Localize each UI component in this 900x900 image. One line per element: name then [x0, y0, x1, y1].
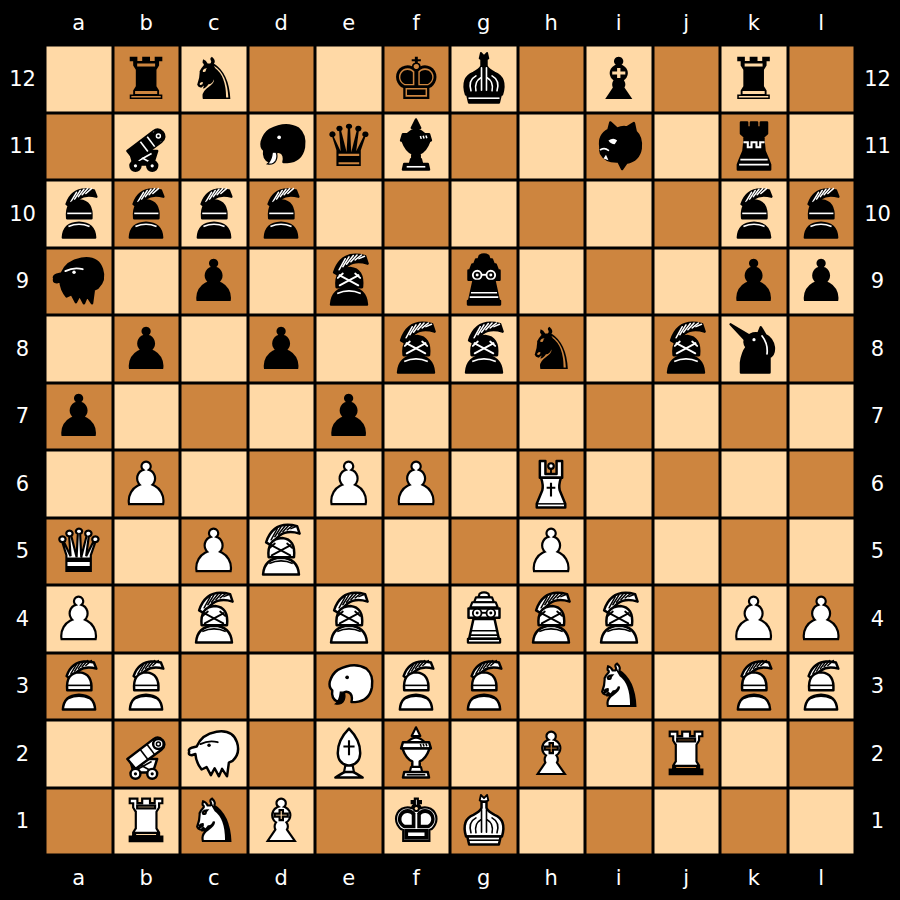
square-c11[interactable] [180, 113, 248, 181]
square-c1[interactable]: ♞ [180, 788, 248, 856]
square-g8[interactable] [450, 315, 518, 383]
piece-white-soldier[interactable] [451, 653, 517, 719]
bishop-glyph: ♝ [255, 792, 307, 850]
rank-label-12: 12 [855, 45, 900, 113]
square-d11[interactable] [248, 113, 316, 181]
square-c8[interactable] [180, 315, 248, 383]
piece-white-soldier[interactable] [721, 653, 787, 719]
square-b4[interactable] [113, 585, 181, 653]
square-d7[interactable] [248, 383, 316, 451]
cannon-icon [115, 115, 177, 177]
pawn-glyph: ♟ [323, 387, 375, 445]
square-i1[interactable] [585, 788, 653, 856]
square-b10[interactable] [113, 180, 181, 248]
piece-white-king[interactable]: ♚ [383, 788, 449, 854]
piece-black-pawn[interactable]: ♟ [721, 248, 787, 314]
square-h7[interactable] [518, 383, 586, 451]
square-h2[interactable]: ♝ [518, 720, 586, 788]
square-c12[interactable]: ♞ [180, 45, 248, 113]
piece-black-sage[interactable] [383, 113, 449, 179]
square-h12[interactable] [518, 45, 586, 113]
square-c10[interactable] [180, 180, 248, 248]
rank-label-5: 5 [855, 518, 900, 586]
square-b12[interactable]: ♜ [113, 45, 181, 113]
square-j5[interactable] [653, 518, 721, 586]
square-b7[interactable] [113, 383, 181, 451]
board: ♜♞♚♝♜♛♟♟♟♟♟♞♟♟♟♟♟♛♟♟♟♟♟♞♝♜♜♞♝♚ [45, 45, 855, 855]
square-l8[interactable] [788, 315, 856, 383]
soldier-icon [453, 655, 515, 717]
square-e9[interactable] [315, 248, 383, 316]
square-l7[interactable] [788, 383, 856, 451]
piece-black-soldier[interactable] [46, 181, 112, 247]
square-d6[interactable] [248, 450, 316, 518]
square-b11[interactable] [113, 113, 181, 181]
piece-black-warrior[interactable] [383, 316, 449, 382]
file-label-g: g [450, 0, 518, 45]
square-f2[interactable] [383, 720, 451, 788]
square-i7[interactable] [585, 383, 653, 451]
square-i8[interactable] [585, 315, 653, 383]
knight-glyph: ♞ [593, 657, 645, 715]
square-k2[interactable] [720, 720, 788, 788]
rook-glyph: ♜ [120, 50, 172, 108]
piece-white-warrior[interactable] [586, 586, 652, 652]
pawn-glyph: ♟ [53, 387, 105, 445]
warrior-icon [318, 588, 380, 650]
rank-label-8: 8 [855, 315, 900, 383]
knight-glyph: ♞ [525, 320, 577, 378]
piece-black-rook[interactable]: ♜ [113, 46, 179, 112]
square-i5[interactable] [585, 518, 653, 586]
square-c5[interactable]: ♟ [180, 518, 248, 586]
square-b3[interactable] [113, 653, 181, 721]
square-b9[interactable] [113, 248, 181, 316]
piece-black-soldier[interactable] [721, 181, 787, 247]
square-e5[interactable] [315, 518, 383, 586]
file-label-f: f [383, 0, 451, 45]
rank-label-10: 10 [0, 180, 45, 248]
rank-label-6: 6 [855, 450, 900, 518]
piece-black-rook[interactable]: ♜ [721, 46, 787, 112]
square-b8[interactable]: ♟ [113, 315, 181, 383]
file-label-j: j [653, 0, 721, 45]
square-j2[interactable]: ♜ [653, 720, 721, 788]
piece-black-cannon[interactable] [113, 113, 179, 179]
square-j6[interactable] [653, 450, 721, 518]
square-l2[interactable] [788, 720, 856, 788]
piece-black-pawn[interactable]: ♟ [46, 383, 112, 449]
square-a3[interactable] [45, 653, 113, 721]
square-e12[interactable] [315, 45, 383, 113]
square-k5[interactable] [720, 518, 788, 586]
piece-white-pawn[interactable]: ♟ [113, 451, 179, 517]
square-h11[interactable] [518, 113, 586, 181]
pawn-glyph: ♟ [120, 320, 172, 378]
square-f5[interactable] [383, 518, 451, 586]
rank-label-5: 5 [0, 518, 45, 586]
square-e11[interactable]: ♛ [315, 113, 383, 181]
square-g9[interactable] [450, 248, 518, 316]
soldier-icon [183, 183, 245, 245]
square-a5[interactable]: ♛ [45, 518, 113, 586]
fortress-icon [723, 115, 785, 177]
square-e8[interactable] [315, 315, 383, 383]
square-b1[interactable]: ♜ [113, 788, 181, 856]
square-g5[interactable] [450, 518, 518, 586]
king-glyph: ♚ [390, 792, 442, 850]
pawn-glyph: ♟ [188, 252, 240, 310]
piece-black-knight[interactable]: ♞ [518, 316, 584, 382]
square-f9[interactable] [383, 248, 451, 316]
square-f7[interactable] [383, 383, 451, 451]
piece-black-pawn[interactable]: ♟ [181, 248, 247, 314]
square-g7[interactable] [450, 383, 518, 451]
piece-black-king[interactable]: ♚ [383, 46, 449, 112]
piece-white-warrior[interactable] [248, 518, 314, 584]
file-label-g: g [450, 855, 518, 900]
square-l5[interactable] [788, 518, 856, 586]
square-a1[interactable] [45, 788, 113, 856]
square-b2[interactable] [113, 720, 181, 788]
soldier-icon [115, 655, 177, 717]
piece-black-warrior[interactable] [451, 316, 517, 382]
square-l11[interactable] [788, 113, 856, 181]
square-i12[interactable]: ♝ [585, 45, 653, 113]
piece-black-pawn[interactable]: ♟ [316, 383, 382, 449]
sage-icon [385, 115, 447, 177]
square-f1[interactable]: ♚ [383, 788, 451, 856]
file-label-b: b [113, 855, 181, 900]
square-a9[interactable] [45, 248, 113, 316]
piece-white-elephant[interactable] [316, 653, 382, 719]
square-d3[interactable] [248, 653, 316, 721]
square-j1[interactable] [653, 788, 721, 856]
square-i11[interactable] [585, 113, 653, 181]
piece-black-warrior[interactable] [316, 248, 382, 314]
square-j12[interactable] [653, 45, 721, 113]
piece-black-pawn[interactable]: ♟ [248, 316, 314, 382]
rank-label-7: 7 [0, 383, 45, 451]
piece-white-pawn[interactable]: ♟ [316, 451, 382, 517]
square-b6[interactable]: ♟ [113, 450, 181, 518]
prince-icon [453, 48, 515, 110]
square-j11[interactable] [653, 113, 721, 181]
piece-black-fortress[interactable] [721, 113, 787, 179]
square-d5[interactable] [248, 518, 316, 586]
knight-glyph: ♞ [188, 50, 240, 108]
piece-white-pawn[interactable]: ♟ [788, 586, 854, 652]
square-a11[interactable] [45, 113, 113, 181]
piece-black-unicorn[interactable] [721, 316, 787, 382]
soldier-icon [385, 655, 447, 717]
piece-white-rook[interactable]: ♜ [113, 788, 179, 854]
square-e10[interactable] [315, 180, 383, 248]
piece-white-cannon[interactable] [113, 721, 179, 787]
rank-label-4: 4 [0, 585, 45, 653]
square-d8[interactable]: ♟ [248, 315, 316, 383]
square-l9[interactable]: ♟ [788, 248, 856, 316]
square-d2[interactable] [248, 720, 316, 788]
square-j10[interactable] [653, 180, 721, 248]
square-d12[interactable] [248, 45, 316, 113]
square-h10[interactable] [518, 180, 586, 248]
piece-white-citadel[interactable] [518, 451, 584, 517]
rank-label-1: 1 [855, 788, 900, 856]
piece-white-bishop[interactable]: ♝ [518, 721, 584, 787]
rook-glyph: ♜ [120, 792, 172, 850]
rank-label-3: 3 [855, 653, 900, 721]
king-glyph: ♚ [390, 50, 442, 108]
piece-white-knight[interactable]: ♞ [181, 788, 247, 854]
file-label-a: a [45, 0, 113, 45]
square-g11[interactable] [450, 113, 518, 181]
square-e3[interactable] [315, 653, 383, 721]
file-label-f: f [383, 855, 451, 900]
square-g2[interactable] [450, 720, 518, 788]
warrior-icon [318, 250, 380, 312]
rank-labels-right: 121110987654321 [855, 45, 900, 855]
square-i4[interactable] [585, 585, 653, 653]
warrior-icon [655, 318, 717, 380]
piece-white-pawn[interactable]: ♟ [383, 451, 449, 517]
square-g10[interactable] [450, 180, 518, 248]
soldier-icon [790, 183, 852, 245]
file-label-j: j [653, 855, 721, 900]
square-c7[interactable] [180, 383, 248, 451]
square-c4[interactable] [180, 585, 248, 653]
square-k11[interactable] [720, 113, 788, 181]
square-g12[interactable] [450, 45, 518, 113]
file-label-c: c [180, 855, 248, 900]
soldier-icon [723, 655, 785, 717]
pawn-glyph: ♟ [728, 590, 780, 648]
square-k9[interactable]: ♟ [720, 248, 788, 316]
rank-label-6: 6 [0, 450, 45, 518]
square-f3[interactable] [383, 653, 451, 721]
square-g4[interactable] [450, 585, 518, 653]
square-d4[interactable] [248, 585, 316, 653]
piece-white-pawn[interactable]: ♟ [518, 518, 584, 584]
rank-label-1: 1 [0, 788, 45, 856]
rank-label-11: 11 [0, 113, 45, 181]
file-label-i: i [585, 855, 653, 900]
rank-label-2: 2 [855, 720, 900, 788]
square-i2[interactable] [585, 720, 653, 788]
square-f11[interactable] [383, 113, 451, 181]
pawn-glyph: ♟ [390, 455, 442, 513]
piece-white-missionary[interactable] [316, 721, 382, 787]
piece-white-soldier[interactable] [383, 653, 449, 719]
square-e2[interactable] [315, 720, 383, 788]
square-h1[interactable] [518, 788, 586, 856]
spider-icon [453, 250, 515, 312]
square-h3[interactable] [518, 653, 586, 721]
square-e1[interactable] [315, 788, 383, 856]
game-window: abcdefghijkl abcdefghijkl 12111098765432… [0, 0, 900, 900]
piece-black-spider[interactable] [451, 248, 517, 314]
rank-label-12: 12 [0, 45, 45, 113]
piece-white-soldier[interactable] [46, 653, 112, 719]
square-h9[interactable] [518, 248, 586, 316]
warrior-icon [183, 588, 245, 650]
file-labels-bottom: abcdefghijkl [45, 855, 855, 900]
file-label-b: b [113, 0, 181, 45]
square-d10[interactable] [248, 180, 316, 248]
piece-black-warrior[interactable] [653, 316, 719, 382]
square-g6[interactable] [450, 450, 518, 518]
square-a7[interactable]: ♟ [45, 383, 113, 451]
square-j9[interactable] [653, 248, 721, 316]
piece-black-bishop[interactable]: ♝ [586, 46, 652, 112]
square-h6[interactable] [518, 450, 586, 518]
rank-labels-left: 121110987654321 [0, 45, 45, 855]
square-j7[interactable] [653, 383, 721, 451]
piece-black-knight[interactable]: ♞ [181, 46, 247, 112]
unicorn-icon [723, 318, 785, 380]
piece-black-soldier[interactable] [113, 181, 179, 247]
square-g1[interactable] [450, 788, 518, 856]
square-a2[interactable] [45, 720, 113, 788]
square-b5[interactable] [113, 518, 181, 586]
rook-glyph: ♜ [728, 50, 780, 108]
piece-black-soldier[interactable] [181, 181, 247, 247]
square-f8[interactable] [383, 315, 451, 383]
pawn-glyph: ♟ [255, 320, 307, 378]
rank-label-11: 11 [855, 113, 900, 181]
soldier-icon [115, 183, 177, 245]
square-f6[interactable]: ♟ [383, 450, 451, 518]
piece-black-pawn[interactable]: ♟ [113, 316, 179, 382]
square-i3[interactable]: ♞ [585, 653, 653, 721]
soldier-icon [48, 183, 110, 245]
piece-white-queen[interactable]: ♛ [46, 518, 112, 584]
pawn-glyph: ♟ [728, 252, 780, 310]
piece-white-knight[interactable]: ♞ [586, 653, 652, 719]
piece-white-pawn[interactable]: ♟ [46, 586, 112, 652]
square-k7[interactable] [720, 383, 788, 451]
piece-white-pawn[interactable]: ♟ [721, 586, 787, 652]
square-j8[interactable] [653, 315, 721, 383]
square-f4[interactable] [383, 585, 451, 653]
square-h5[interactable]: ♟ [518, 518, 586, 586]
prince-icon [453, 790, 515, 852]
square-l12[interactable] [788, 45, 856, 113]
square-i6[interactable] [585, 450, 653, 518]
queen-glyph: ♛ [323, 117, 375, 175]
piece-black-leopard[interactable] [586, 113, 652, 179]
square-e7[interactable]: ♟ [315, 383, 383, 451]
piece-white-soldier[interactable] [788, 653, 854, 719]
elephant-icon [250, 115, 312, 177]
rook-glyph: ♜ [660, 725, 712, 783]
piece-white-spider[interactable] [451, 586, 517, 652]
warrior-icon [385, 318, 447, 380]
piece-white-sage[interactable] [383, 721, 449, 787]
square-g3[interactable] [450, 653, 518, 721]
piece-white-warrior[interactable] [316, 586, 382, 652]
square-f10[interactable] [383, 180, 451, 248]
square-d9[interactable] [248, 248, 316, 316]
piece-white-prince[interactable] [451, 788, 517, 854]
square-i9[interactable] [585, 248, 653, 316]
square-a8[interactable] [45, 315, 113, 383]
square-e4[interactable] [315, 585, 383, 653]
square-k4[interactable]: ♟ [720, 585, 788, 653]
square-k3[interactable] [720, 653, 788, 721]
piece-black-elephant[interactable] [248, 113, 314, 179]
file-label-h: h [518, 855, 586, 900]
file-labels-top: abcdefghijkl [45, 0, 855, 45]
soldier-icon [250, 183, 312, 245]
square-a4[interactable]: ♟ [45, 585, 113, 653]
piece-black-prince[interactable] [451, 46, 517, 112]
pawn-glyph: ♟ [795, 252, 847, 310]
square-a10[interactable] [45, 180, 113, 248]
piece-white-pawn[interactable]: ♟ [181, 518, 247, 584]
square-k6[interactable] [720, 450, 788, 518]
file-label-h: h [518, 0, 586, 45]
square-c2[interactable] [180, 720, 248, 788]
square-l6[interactable] [788, 450, 856, 518]
piece-black-queen[interactable]: ♛ [316, 113, 382, 179]
square-c3[interactable] [180, 653, 248, 721]
rank-label-4: 4 [855, 585, 900, 653]
square-l4[interactable]: ♟ [788, 585, 856, 653]
warrior-icon [453, 318, 515, 380]
square-k1[interactable] [720, 788, 788, 856]
piece-black-soldier[interactable] [248, 181, 314, 247]
square-e6[interactable]: ♟ [315, 450, 383, 518]
piece-white-bishop[interactable]: ♝ [248, 788, 314, 854]
pawn-glyph: ♟ [188, 522, 240, 580]
piece-white-warrior[interactable] [181, 586, 247, 652]
piece-white-warrior[interactable] [518, 586, 584, 652]
square-k12[interactable]: ♜ [720, 45, 788, 113]
square-a12[interactable] [45, 45, 113, 113]
square-c6[interactable] [180, 450, 248, 518]
soldier-icon [723, 183, 785, 245]
square-f12[interactable]: ♚ [383, 45, 451, 113]
piece-black-soldier[interactable] [788, 181, 854, 247]
knight-glyph: ♞ [188, 792, 240, 850]
rank-label-9: 9 [855, 248, 900, 316]
piece-white-hawk[interactable] [181, 721, 247, 787]
file-label-e: e [315, 855, 383, 900]
square-j4[interactable] [653, 585, 721, 653]
square-h8[interactable]: ♞ [518, 315, 586, 383]
square-h4[interactable] [518, 585, 586, 653]
square-d1[interactable]: ♝ [248, 788, 316, 856]
piece-white-soldier[interactable] [113, 653, 179, 719]
rank-label-7: 7 [855, 383, 900, 451]
square-i10[interactable] [585, 180, 653, 248]
piece-white-rook[interactable]: ♜ [653, 721, 719, 787]
square-l3[interactable] [788, 653, 856, 721]
warrior-icon [588, 588, 650, 650]
soldier-icon [48, 655, 110, 717]
square-a6[interactable] [45, 450, 113, 518]
piece-black-pawn[interactable]: ♟ [788, 248, 854, 314]
square-l1[interactable] [788, 788, 856, 856]
square-l10[interactable] [788, 180, 856, 248]
square-j3[interactable] [653, 653, 721, 721]
square-k8[interactable] [720, 315, 788, 383]
piece-black-hawk[interactable] [46, 248, 112, 314]
square-c9[interactable]: ♟ [180, 248, 248, 316]
square-k10[interactable] [720, 180, 788, 248]
pawn-glyph: ♟ [323, 455, 375, 513]
